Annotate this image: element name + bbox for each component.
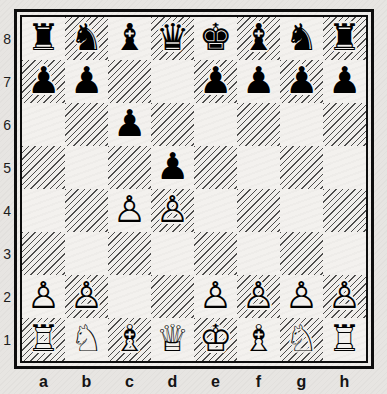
file-label-b: b: [65, 369, 108, 391]
square-h1[interactable]: ♖: [323, 318, 366, 361]
black-pawn-d5[interactable]: ♟: [156, 146, 189, 188]
square-h8[interactable]: ♜: [323, 17, 366, 60]
white-pawn-g2[interactable]: ♙: [285, 275, 318, 317]
white-rook-h1[interactable]: ♖: [328, 318, 361, 360]
square-e3[interactable]: [194, 232, 237, 275]
black-knight-b8[interactable]: ♞: [70, 17, 103, 59]
white-rook-a1[interactable]: ♖: [27, 318, 60, 360]
square-e2[interactable]: ♙: [194, 275, 237, 318]
white-king-e1[interactable]: ♔: [199, 318, 232, 360]
square-d1[interactable]: ♕: [151, 318, 194, 361]
square-c3[interactable]: [108, 232, 151, 275]
square-d7[interactable]: [151, 60, 194, 103]
black-pawn-g7[interactable]: ♟: [285, 60, 318, 102]
black-knight-g8[interactable]: ♞: [285, 17, 318, 59]
square-b2[interactable]: ♙: [65, 275, 108, 318]
white-pawn-b2[interactable]: ♙: [70, 275, 103, 317]
rank-label-3: 3: [0, 232, 14, 275]
white-knight-b1[interactable]: ♘: [70, 318, 103, 360]
square-d8[interactable]: ♛: [151, 17, 194, 60]
square-a6[interactable]: [22, 103, 65, 146]
file-label-e: e: [194, 369, 237, 391]
square-g5[interactable]: [280, 146, 323, 189]
square-c7[interactable]: [108, 60, 151, 103]
square-b3[interactable]: [65, 232, 108, 275]
file-label-a: a: [22, 369, 65, 391]
square-c4[interactable]: ♙: [108, 189, 151, 232]
square-a7[interactable]: ♟: [22, 60, 65, 103]
white-pawn-c4[interactable]: ♙: [113, 189, 146, 231]
square-g3[interactable]: [280, 232, 323, 275]
square-c2[interactable]: [108, 275, 151, 318]
square-g4[interactable]: [280, 189, 323, 232]
square-e5[interactable]: [194, 146, 237, 189]
square-c8[interactable]: ♝: [108, 17, 151, 60]
white-knight-g1[interactable]: ♘: [285, 318, 318, 360]
file-label-d: d: [151, 369, 194, 391]
square-h5[interactable]: [323, 146, 366, 189]
square-e4[interactable]: [194, 189, 237, 232]
black-rook-a8[interactable]: ♜: [27, 17, 60, 59]
square-b6[interactable]: [65, 103, 108, 146]
chess-board[interactable]: ♜♞♝♛♚♝♞♜♟♟♟♟♟♟♟♟♙♙♙♙♙♙♙♙♖♘♗♕♔♗♘♖: [22, 17, 366, 361]
square-c1[interactable]: ♗: [108, 318, 151, 361]
square-h2[interactable]: ♙: [323, 275, 366, 318]
white-bishop-c1[interactable]: ♗: [113, 318, 146, 360]
square-h6[interactable]: [323, 103, 366, 146]
black-pawn-c6[interactable]: ♟: [113, 103, 146, 145]
square-e6[interactable]: [194, 103, 237, 146]
black-pawn-h7[interactable]: ♟: [328, 60, 361, 102]
square-f2[interactable]: ♙: [237, 275, 280, 318]
square-c6[interactable]: ♟: [108, 103, 151, 146]
square-e8[interactable]: ♚: [194, 17, 237, 60]
black-rook-h8[interactable]: ♜: [328, 17, 361, 59]
square-f7[interactable]: ♟: [237, 60, 280, 103]
white-queen-d1[interactable]: ♕: [156, 318, 189, 360]
square-f6[interactable]: [237, 103, 280, 146]
square-b5[interactable]: [65, 146, 108, 189]
square-a2[interactable]: ♙: [22, 275, 65, 318]
black-queen-d8[interactable]: ♛: [156, 17, 189, 59]
square-b1[interactable]: ♘: [65, 318, 108, 361]
file-label-c: c: [108, 369, 151, 391]
square-d4[interactable]: ♙: [151, 189, 194, 232]
square-f4[interactable]: [237, 189, 280, 232]
square-e7[interactable]: ♟: [194, 60, 237, 103]
black-pawn-a7[interactable]: ♟: [27, 60, 60, 102]
rank-label-2: 2: [0, 275, 14, 318]
square-g8[interactable]: ♞: [280, 17, 323, 60]
square-a5[interactable]: [22, 146, 65, 189]
rank-label-6: 6: [0, 103, 14, 146]
square-g1[interactable]: ♘: [280, 318, 323, 361]
white-pawn-a2[interactable]: ♙: [27, 275, 60, 317]
square-h4[interactable]: [323, 189, 366, 232]
square-f1[interactable]: ♗: [237, 318, 280, 361]
chess-board-inner-border: ♜♞♝♛♚♝♞♜♟♟♟♟♟♟♟♟♙♙♙♙♙♙♙♙♖♘♗♕♔♗♘♖: [20, 15, 368, 363]
rank-label-5: 5: [0, 146, 14, 189]
black-bishop-f8[interactable]: ♝: [242, 17, 275, 59]
file-labels: abcdefgh: [22, 369, 387, 391]
square-a8[interactable]: ♜: [22, 17, 65, 60]
black-pawn-b7[interactable]: ♟: [70, 60, 103, 102]
square-h7[interactable]: ♟: [323, 60, 366, 103]
black-king-e8[interactable]: ♚: [199, 17, 232, 59]
white-pawn-e2[interactable]: ♙: [199, 275, 232, 317]
square-c5[interactable]: [108, 146, 151, 189]
square-b8[interactable]: ♞: [65, 17, 108, 60]
square-d5[interactable]: ♟: [151, 146, 194, 189]
square-f5[interactable]: [237, 146, 280, 189]
file-label-f: f: [237, 369, 280, 391]
file-label-h: h: [323, 369, 366, 391]
square-f3[interactable]: [237, 232, 280, 275]
square-a3[interactable]: [22, 232, 65, 275]
black-pawn-f7[interactable]: ♟: [242, 60, 275, 102]
square-g2[interactable]: ♙: [280, 275, 323, 318]
white-pawn-h2[interactable]: ♙: [328, 275, 361, 317]
chess-diagram-page: 87654321 ♜♞♝♛♚♝♞♜♟♟♟♟♟♟♟♟♙♙♙♙♙♙♙♙♖♘♗♕♔♗♘…: [0, 0, 387, 394]
square-d6[interactable]: [151, 103, 194, 146]
rank-label-4: 4: [0, 189, 14, 232]
white-pawn-f2[interactable]: ♙: [242, 275, 275, 317]
rank-label-8: 8: [0, 17, 14, 60]
chess-board-frame: ♜♞♝♛♚♝♞♜♟♟♟♟♟♟♟♟♙♙♙♙♙♙♙♙♖♘♗♕♔♗♘♖: [14, 9, 374, 369]
square-f8[interactable]: ♝: [237, 17, 280, 60]
square-g6[interactable]: [280, 103, 323, 146]
square-b4[interactable]: [65, 189, 108, 232]
square-a4[interactable]: [22, 189, 65, 232]
rank-label-1: 1: [0, 318, 14, 361]
square-g7[interactable]: ♟: [280, 60, 323, 103]
file-label-g: g: [280, 369, 323, 391]
white-pawn-d4[interactable]: ♙: [156, 189, 189, 231]
rank-labels: 87654321: [0, 9, 14, 361]
square-d2[interactable]: [151, 275, 194, 318]
square-e1[interactable]: ♔: [194, 318, 237, 361]
square-a1[interactable]: ♖: [22, 318, 65, 361]
square-h3[interactable]: [323, 232, 366, 275]
square-b7[interactable]: ♟: [65, 60, 108, 103]
square-d3[interactable]: [151, 232, 194, 275]
white-bishop-f1[interactable]: ♗: [242, 318, 275, 360]
black-bishop-c8[interactable]: ♝: [113, 17, 146, 59]
black-pawn-e7[interactable]: ♟: [199, 60, 232, 102]
rank-label-7: 7: [0, 60, 14, 103]
board-row: 87654321 ♜♞♝♛♚♝♞♜♟♟♟♟♟♟♟♟♙♙♙♙♙♙♙♙♖♘♗♕♔♗♘…: [0, 9, 387, 369]
